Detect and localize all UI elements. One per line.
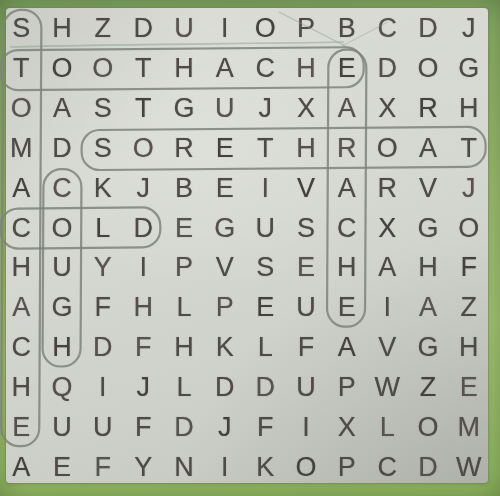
cell-r10c5: L xyxy=(164,367,205,407)
cell-r7c5: P xyxy=(164,248,205,288)
cell-r3c9: A xyxy=(326,89,367,129)
cell-r6c3: L xyxy=(82,208,123,248)
cell-r11c2: U xyxy=(42,407,83,447)
cell-r10c11: Z xyxy=(408,367,449,407)
cell-r4c1: M xyxy=(1,128,42,168)
cell-r3c4: T xyxy=(123,89,164,129)
cell-r5c9: A xyxy=(326,168,367,208)
cell-r5c12: J xyxy=(448,168,489,208)
cell-r1c7: O xyxy=(245,9,286,49)
cell-r9c7: L xyxy=(245,328,286,368)
cell-r11c1: E xyxy=(1,407,42,447)
cell-r4c7: T xyxy=(245,128,286,168)
cell-r12c5: N xyxy=(164,447,205,487)
cell-r9c5: H xyxy=(164,328,205,368)
cell-r4c2: D xyxy=(42,128,83,168)
cell-r10c7: D xyxy=(245,367,286,407)
cell-r10c8: U xyxy=(286,367,327,407)
cell-r8c1: A xyxy=(1,288,42,328)
letter-grid: SHZDUIOPBCDJTOOTHACHEDOGOASTGUJXAXRHMDSO… xyxy=(1,9,489,487)
cell-r1c6: I xyxy=(204,9,245,49)
cell-r2c9: E xyxy=(326,49,367,89)
cell-r2c4: T xyxy=(123,49,164,89)
cell-r7c2: U xyxy=(42,248,83,288)
cell-r11c4: F xyxy=(123,407,164,447)
cell-r2c3: O xyxy=(82,49,123,89)
word-search-photo: SHZDUIOPBCDJTOOTHACHEDOGOASTGUJXAXRHMDSO… xyxy=(0,0,500,496)
cell-r11c3: U xyxy=(82,407,123,447)
cell-r5c10: R xyxy=(367,168,408,208)
cell-r9c10: V xyxy=(367,328,408,368)
cell-r10c3: I xyxy=(82,367,123,407)
cell-r10c12: E xyxy=(448,367,489,407)
cell-r9c1: C xyxy=(1,328,42,368)
cell-r7c4: I xyxy=(123,248,164,288)
cell-r12c12: W xyxy=(448,447,489,487)
cell-r4c3: S xyxy=(82,128,123,168)
cell-r2c1: T xyxy=(1,49,42,89)
cell-r6c6: G xyxy=(204,208,245,248)
cell-r1c1: S xyxy=(1,9,42,49)
cell-r6c9: C xyxy=(326,208,367,248)
cell-r4c11: A xyxy=(408,128,449,168)
cell-r2c8: H xyxy=(286,49,327,89)
cell-r2c11: O xyxy=(408,49,449,89)
cell-r12c9: P xyxy=(326,447,367,487)
cell-r10c2: Q xyxy=(42,367,83,407)
cell-r12c4: Y xyxy=(123,447,164,487)
cell-r6c10: X xyxy=(367,208,408,248)
cell-r8c6: P xyxy=(204,288,245,328)
cell-r4c8: H xyxy=(286,128,327,168)
cell-r8c7: E xyxy=(245,288,286,328)
cell-r6c2: O xyxy=(42,208,83,248)
cell-r6c1: C xyxy=(1,208,42,248)
cell-r12c3: F xyxy=(82,447,123,487)
cell-r8c8: U xyxy=(286,288,327,328)
cell-r11c9: X xyxy=(326,407,367,447)
cell-r5c4: J xyxy=(123,168,164,208)
cell-r9c8: F xyxy=(286,328,327,368)
cell-r1c3: Z xyxy=(82,9,123,49)
cell-r4c10: O xyxy=(367,128,408,168)
cell-r2c2: O xyxy=(42,49,83,89)
cell-r11c8: I xyxy=(286,407,327,447)
cell-r4c5: R xyxy=(164,128,205,168)
cell-r10c10: W xyxy=(367,367,408,407)
cell-r10c4: J xyxy=(123,367,164,407)
cell-r5c5: B xyxy=(164,168,205,208)
cell-r6c11: G xyxy=(408,208,449,248)
cell-r2c6: A xyxy=(204,49,245,89)
cell-r1c12: J xyxy=(448,9,489,49)
cell-r3c3: S xyxy=(82,89,123,129)
cell-r1c11: D xyxy=(408,9,449,49)
cell-r2c12: G xyxy=(448,49,489,89)
cell-r7c3: Y xyxy=(82,248,123,288)
cell-r1c10: C xyxy=(367,9,408,49)
cell-r6c5: E xyxy=(164,208,205,248)
cell-r8c4: H xyxy=(123,288,164,328)
cell-r4c6: E xyxy=(204,128,245,168)
cell-r2c10: D xyxy=(367,49,408,89)
cell-r5c2: C xyxy=(42,168,83,208)
cell-r5c3: K xyxy=(82,168,123,208)
cell-r3c11: R xyxy=(408,89,449,129)
cell-r7c10: A xyxy=(367,248,408,288)
cell-r12c2: E xyxy=(42,447,83,487)
cell-r8c10: I xyxy=(367,288,408,328)
cell-r3c12: H xyxy=(448,89,489,129)
cell-r12c7: K xyxy=(245,447,286,487)
cell-r9c11: G xyxy=(408,328,449,368)
cell-r10c6: D xyxy=(204,367,245,407)
cell-r7c9: H xyxy=(326,248,367,288)
cell-r8c11: A xyxy=(408,288,449,328)
cell-r5c8: V xyxy=(286,168,327,208)
cell-r8c5: L xyxy=(164,288,205,328)
cell-r8c3: F xyxy=(82,288,123,328)
cell-r9c6: K xyxy=(204,328,245,368)
cell-r3c5: G xyxy=(164,89,205,129)
cell-r8c2: G xyxy=(42,288,83,328)
cell-r7c12: F xyxy=(448,248,489,288)
cell-r6c7: U xyxy=(245,208,286,248)
cell-r3c6: U xyxy=(204,89,245,129)
cell-r3c7: J xyxy=(245,89,286,129)
cell-r11c7: F xyxy=(245,407,286,447)
cell-r12c1: A xyxy=(1,447,42,487)
cell-r5c1: A xyxy=(1,168,42,208)
cell-r10c1: H xyxy=(1,367,42,407)
cell-r7c11: H xyxy=(408,248,449,288)
cell-r1c2: H xyxy=(42,9,83,49)
cell-r9c9: A xyxy=(326,328,367,368)
cell-r7c7: S xyxy=(245,248,286,288)
cell-r4c9: R xyxy=(326,128,367,168)
cell-r11c12: M xyxy=(448,407,489,447)
cell-r10c9: P xyxy=(326,367,367,407)
cell-r12c8: O xyxy=(286,447,327,487)
cell-r5c11: V xyxy=(408,168,449,208)
cell-r11c10: L xyxy=(367,407,408,447)
cell-r2c5: H xyxy=(164,49,205,89)
cell-r6c12: O xyxy=(448,208,489,248)
cell-r9c3: D xyxy=(82,328,123,368)
cell-r11c11: O xyxy=(408,407,449,447)
cell-r5c7: I xyxy=(245,168,286,208)
cell-r12c10: C xyxy=(367,447,408,487)
cell-r4c12: T xyxy=(448,128,489,168)
cell-r9c4: F xyxy=(123,328,164,368)
cell-r3c1: O xyxy=(1,89,42,129)
cell-r12c11: D xyxy=(408,447,449,487)
cell-r11c5: D xyxy=(164,407,205,447)
cell-r3c10: X xyxy=(367,89,408,129)
cell-r9c2: H xyxy=(42,328,83,368)
cell-r1c4: D xyxy=(123,9,164,49)
cell-r1c8: P xyxy=(286,9,327,49)
cell-r12c6: I xyxy=(204,447,245,487)
cell-r4c4: O xyxy=(123,128,164,168)
cell-r3c8: X xyxy=(286,89,327,129)
cell-r9c12: H xyxy=(448,328,489,368)
cell-r6c4: D xyxy=(123,208,164,248)
cell-r5c6: E xyxy=(204,168,245,208)
cell-r11c6: J xyxy=(204,407,245,447)
cell-r3c2: A xyxy=(42,89,83,129)
cell-r8c9: E xyxy=(326,288,367,328)
cell-r6c8: S xyxy=(286,208,327,248)
cell-r7c6: V xyxy=(204,248,245,288)
cell-r2c7: C xyxy=(245,49,286,89)
cell-r8c12: Z xyxy=(448,288,489,328)
cell-r7c1: H xyxy=(1,248,42,288)
cell-r7c8: E xyxy=(286,248,327,288)
cell-r1c5: U xyxy=(164,9,205,49)
cell-r1c9: B xyxy=(326,9,367,49)
